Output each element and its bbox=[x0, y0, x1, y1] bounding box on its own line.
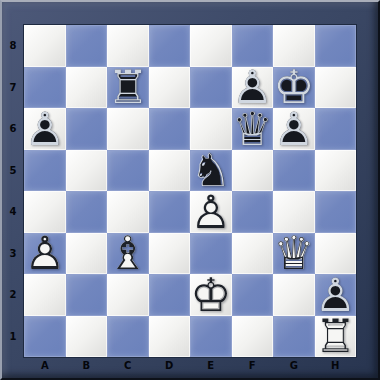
rank-label-5: 5 bbox=[2, 150, 24, 192]
rank-label-2: 2 bbox=[2, 274, 24, 316]
square-g4[interactable] bbox=[273, 191, 315, 233]
white-queen-glyph-fill: ♛ bbox=[273, 233, 315, 275]
square-d1[interactable] bbox=[149, 316, 191, 358]
square-h4[interactable] bbox=[315, 191, 357, 233]
square-e2[interactable]: ♚♔ bbox=[190, 274, 232, 316]
square-f3[interactable] bbox=[232, 233, 274, 275]
black-knight-glyph-fill: ♞ bbox=[190, 150, 232, 192]
square-g2[interactable] bbox=[273, 274, 315, 316]
chess-diagram: ♜♖♟♙♚♔♟♙♛♕♟♙♞♘♟♙♟♙♝♗♛♕♚♔♟♙♜♖ 87654321 AB… bbox=[0, 0, 380, 380]
rank-label-8: 8 bbox=[2, 25, 24, 67]
file-label-E: E bbox=[190, 356, 232, 375]
square-b5[interactable] bbox=[66, 150, 108, 192]
square-h8[interactable] bbox=[315, 25, 357, 67]
white-pawn-glyph-outline: ♙ bbox=[190, 191, 232, 233]
piece-black-pawn-f7[interactable]: ♟♙ bbox=[232, 67, 274, 109]
square-g7[interactable]: ♚♔ bbox=[273, 67, 315, 109]
square-c4[interactable] bbox=[107, 191, 149, 233]
black-pawn-glyph-outline: ♙ bbox=[273, 108, 315, 150]
square-e8[interactable] bbox=[190, 25, 232, 67]
white-rook-glyph-outline: ♖ bbox=[315, 316, 357, 358]
square-h7[interactable] bbox=[315, 67, 357, 109]
square-a7[interactable] bbox=[24, 67, 66, 109]
square-f7[interactable]: ♟♙ bbox=[232, 67, 274, 109]
piece-black-pawn-h2[interactable]: ♟♙ bbox=[315, 274, 357, 316]
piece-black-pawn-g6[interactable]: ♟♙ bbox=[273, 108, 315, 150]
file-label-C: C bbox=[107, 356, 149, 375]
white-bishop-glyph-fill: ♝ bbox=[107, 233, 149, 275]
rank-label-3: 3 bbox=[2, 233, 24, 275]
piece-white-king-e2[interactable]: ♚♔ bbox=[190, 274, 232, 316]
square-e1[interactable] bbox=[190, 316, 232, 358]
rank-label-7: 7 bbox=[2, 67, 24, 109]
file-labels: ABCDEFGH bbox=[24, 356, 356, 375]
black-pawn-glyph-fill: ♟ bbox=[232, 67, 274, 109]
square-d4[interactable] bbox=[149, 191, 191, 233]
square-e3[interactable] bbox=[190, 233, 232, 275]
piece-white-rook-h1[interactable]: ♜♖ bbox=[315, 316, 357, 358]
white-pawn-glyph-outline: ♙ bbox=[24, 233, 66, 275]
file-label-D: D bbox=[149, 356, 191, 375]
white-queen-glyph-outline: ♕ bbox=[273, 233, 315, 275]
white-king-glyph-fill: ♚ bbox=[190, 274, 232, 316]
white-bishop-glyph-outline: ♗ bbox=[107, 233, 149, 275]
square-b1[interactable] bbox=[66, 316, 108, 358]
square-h3[interactable] bbox=[315, 233, 357, 275]
rank-label-4: 4 bbox=[2, 191, 24, 233]
piece-white-bishop-c3[interactable]: ♝♗ bbox=[107, 233, 149, 275]
piece-white-pawn-e4[interactable]: ♟♙ bbox=[190, 191, 232, 233]
black-queen-glyph-fill: ♛ bbox=[232, 108, 274, 150]
square-b8[interactable] bbox=[66, 25, 108, 67]
square-h1[interactable]: ♜♖ bbox=[315, 316, 357, 358]
square-f5[interactable] bbox=[232, 150, 274, 192]
square-g3[interactable]: ♛♕ bbox=[273, 233, 315, 275]
square-h6[interactable] bbox=[315, 108, 357, 150]
square-f2[interactable] bbox=[232, 274, 274, 316]
square-c6[interactable] bbox=[107, 108, 149, 150]
square-c7[interactable]: ♜♖ bbox=[107, 67, 149, 109]
square-b2[interactable] bbox=[66, 274, 108, 316]
square-e6[interactable] bbox=[190, 108, 232, 150]
square-c5[interactable] bbox=[107, 150, 149, 192]
square-e7[interactable] bbox=[190, 67, 232, 109]
piece-white-pawn-a3[interactable]: ♟♙ bbox=[24, 233, 66, 275]
black-pawn-glyph-fill: ♟ bbox=[315, 274, 357, 316]
square-c1[interactable] bbox=[107, 316, 149, 358]
black-rook-glyph-fill: ♜ bbox=[107, 67, 149, 109]
white-pawn-glyph-fill: ♟ bbox=[190, 191, 232, 233]
square-f8[interactable] bbox=[232, 25, 274, 67]
black-king-glyph-fill: ♚ bbox=[273, 67, 315, 109]
black-pawn-glyph-fill: ♟ bbox=[273, 108, 315, 150]
square-d7[interactable] bbox=[149, 67, 191, 109]
white-rook-glyph-fill: ♜ bbox=[315, 316, 357, 358]
square-a5[interactable] bbox=[24, 150, 66, 192]
piece-black-knight-e5[interactable]: ♞♘ bbox=[190, 150, 232, 192]
square-g8[interactable] bbox=[273, 25, 315, 67]
square-b7[interactable] bbox=[66, 67, 108, 109]
square-d6[interactable] bbox=[149, 108, 191, 150]
file-label-A: A bbox=[24, 356, 66, 375]
square-a8[interactable] bbox=[24, 25, 66, 67]
black-pawn-glyph-outline: ♙ bbox=[24, 108, 66, 150]
square-a3[interactable]: ♟♙ bbox=[24, 233, 66, 275]
file-label-B: B bbox=[66, 356, 108, 375]
white-king-glyph-outline: ♔ bbox=[190, 274, 232, 316]
black-pawn-glyph-outline: ♙ bbox=[232, 67, 274, 109]
square-f1[interactable] bbox=[232, 316, 274, 358]
square-d5[interactable] bbox=[149, 150, 191, 192]
square-h5[interactable] bbox=[315, 150, 357, 192]
square-c2[interactable] bbox=[107, 274, 149, 316]
piece-black-king-g7[interactable]: ♚♔ bbox=[273, 67, 315, 109]
piece-black-queen-f6[interactable]: ♛♕ bbox=[232, 108, 274, 150]
file-label-G: G bbox=[273, 356, 315, 375]
black-pawn-glyph-fill: ♟ bbox=[24, 108, 66, 150]
white-pawn-glyph-fill: ♟ bbox=[24, 233, 66, 275]
square-a4[interactable] bbox=[24, 191, 66, 233]
rank-label-1: 1 bbox=[2, 316, 24, 358]
square-b3[interactable] bbox=[66, 233, 108, 275]
black-pawn-glyph-outline: ♙ bbox=[315, 274, 357, 316]
square-e5[interactable]: ♞♘ bbox=[190, 150, 232, 192]
square-b6[interactable] bbox=[66, 108, 108, 150]
square-e4[interactable]: ♟♙ bbox=[190, 191, 232, 233]
square-c3[interactable]: ♝♗ bbox=[107, 233, 149, 275]
square-d3[interactable] bbox=[149, 233, 191, 275]
file-label-F: F bbox=[232, 356, 274, 375]
rank-labels: 87654321 bbox=[2, 25, 24, 357]
square-a1[interactable] bbox=[24, 316, 66, 358]
piece-black-pawn-a6[interactable]: ♟♙ bbox=[24, 108, 66, 150]
chess-board: ♜♖♟♙♚♔♟♙♛♕♟♙♞♘♟♙♟♙♝♗♛♕♚♔♟♙♜♖ bbox=[24, 25, 356, 357]
black-queen-glyph-outline: ♕ bbox=[232, 108, 274, 150]
square-g5[interactable] bbox=[273, 150, 315, 192]
square-g1[interactable] bbox=[273, 316, 315, 358]
square-f4[interactable] bbox=[232, 191, 274, 233]
piece-white-queen-g3[interactable]: ♛♕ bbox=[273, 233, 315, 275]
black-rook-glyph-outline: ♖ bbox=[107, 67, 149, 109]
square-f6[interactable]: ♛♕ bbox=[232, 108, 274, 150]
square-g6[interactable]: ♟♙ bbox=[273, 108, 315, 150]
square-h2[interactable]: ♟♙ bbox=[315, 274, 357, 316]
square-a2[interactable] bbox=[24, 274, 66, 316]
black-king-glyph-outline: ♔ bbox=[273, 67, 315, 109]
black-knight-glyph-outline: ♘ bbox=[190, 150, 232, 192]
piece-black-rook-c7[interactable]: ♜♖ bbox=[107, 67, 149, 109]
file-label-H: H bbox=[315, 356, 357, 375]
square-a6[interactable]: ♟♙ bbox=[24, 108, 66, 150]
square-c8[interactable] bbox=[107, 25, 149, 67]
square-d8[interactable] bbox=[149, 25, 191, 67]
rank-label-6: 6 bbox=[2, 108, 24, 150]
square-d2[interactable] bbox=[149, 274, 191, 316]
square-b4[interactable] bbox=[66, 191, 108, 233]
